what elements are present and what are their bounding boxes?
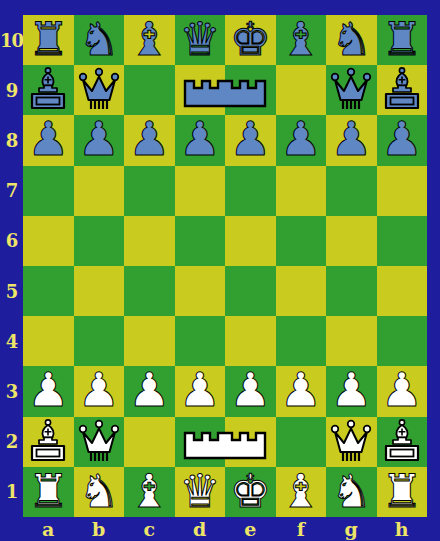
square-a3[interactable]: ♟ xyxy=(23,366,74,416)
square-d8[interactable]: ♟ xyxy=(175,115,226,165)
white-knight[interactable]: ♞ xyxy=(326,466,377,516)
square-b4[interactable] xyxy=(74,316,125,366)
square-c5[interactable] xyxy=(124,266,175,316)
square-g8[interactable]: ♟ xyxy=(326,115,377,165)
rank-label-10: 10 xyxy=(0,15,23,65)
rank-label-8: 8 xyxy=(0,115,23,165)
white-bishop[interactable]: ♝ xyxy=(276,466,327,516)
square-b9[interactable] xyxy=(74,65,125,115)
white-pawn[interactable]: ♟ xyxy=(326,365,377,415)
square-d5[interactable] xyxy=(175,266,226,316)
file-label-h: h xyxy=(377,517,428,541)
blue-knight[interactable]: ♞ xyxy=(326,14,377,64)
blue-king[interactable]: ♚ xyxy=(225,14,276,64)
rank-label-7: 7 xyxy=(0,166,23,216)
white-alfil[interactable] xyxy=(23,417,74,467)
square-h4[interactable] xyxy=(377,316,428,366)
white-rook[interactable]: ♜ xyxy=(23,466,74,516)
rank-label-9: 9 xyxy=(0,65,23,115)
square-c3[interactable]: ♟ xyxy=(124,366,175,416)
square-a2[interactable] xyxy=(23,417,74,467)
blue-rook[interactable]: ♜ xyxy=(377,14,428,64)
white-bishop[interactable]: ♝ xyxy=(124,466,175,516)
square-d4[interactable] xyxy=(175,316,226,366)
rank-label-6: 6 xyxy=(0,216,23,266)
white-wall-right[interactable] xyxy=(225,417,276,467)
square-f8[interactable]: ♟ xyxy=(276,115,327,165)
square-c9[interactable] xyxy=(124,65,175,115)
white-pawn[interactable]: ♟ xyxy=(124,365,175,415)
rank-label-1: 1 xyxy=(0,467,23,517)
square-f10[interactable]: ♝ xyxy=(276,15,327,65)
square-a8[interactable]: ♟ xyxy=(23,115,74,165)
square-c10[interactable]: ♝ xyxy=(124,15,175,65)
file-label-d: d xyxy=(175,517,226,541)
square-d2[interactable] xyxy=(175,417,226,467)
square-d3[interactable]: ♟ xyxy=(175,366,226,416)
rank-label-3: 3 xyxy=(0,366,23,416)
white-queen[interactable]: ♛ xyxy=(175,466,226,516)
blue-pawn[interactable]: ♟ xyxy=(74,114,125,164)
white-rook[interactable]: ♜ xyxy=(377,466,428,516)
square-h1[interactable]: ♜ xyxy=(377,467,428,517)
square-b6[interactable] xyxy=(74,216,125,266)
square-f2[interactable] xyxy=(276,417,327,467)
square-g2[interactable] xyxy=(326,417,377,467)
square-g10[interactable]: ♞ xyxy=(326,15,377,65)
white-wall-left[interactable] xyxy=(175,417,226,467)
square-b10[interactable]: ♞ xyxy=(74,15,125,65)
blue-queen[interactable]: ♛ xyxy=(175,14,226,64)
square-f9[interactable] xyxy=(276,65,327,115)
square-h7[interactable] xyxy=(377,166,428,216)
square-f5[interactable] xyxy=(276,266,327,316)
square-e7[interactable] xyxy=(225,166,276,216)
square-e6[interactable] xyxy=(225,216,276,266)
square-f4[interactable] xyxy=(276,316,327,366)
square-c6[interactable] xyxy=(124,216,175,266)
rank-label-2: 2 xyxy=(0,417,23,467)
square-e10[interactable]: ♚ xyxy=(225,15,276,65)
square-b5[interactable] xyxy=(74,266,125,316)
white-ferz[interactable] xyxy=(326,417,377,467)
square-h5[interactable] xyxy=(377,266,428,316)
square-f7[interactable] xyxy=(276,166,327,216)
game-board-window: 10987654321 ♜♞♝♛♚♝♞♜♟♟♟♟♟♟♟♟♟♟♟♟♟♟♟♟♜♞♝♛… xyxy=(0,0,440,541)
square-h10[interactable]: ♜ xyxy=(377,15,428,65)
square-c8[interactable]: ♟ xyxy=(124,115,175,165)
square-d7[interactable] xyxy=(175,166,226,216)
square-g1[interactable]: ♞ xyxy=(326,467,377,517)
square-g6[interactable] xyxy=(326,216,377,266)
square-d10[interactable]: ♛ xyxy=(175,15,226,65)
blue-rook[interactable]: ♜ xyxy=(23,14,74,64)
file-label-g: g xyxy=(326,517,377,541)
square-f3[interactable]: ♟ xyxy=(276,366,327,416)
square-g4[interactable] xyxy=(326,316,377,366)
file-label-a: a xyxy=(23,517,74,541)
white-pawn[interactable]: ♟ xyxy=(377,365,428,415)
square-a5[interactable] xyxy=(23,266,74,316)
square-h6[interactable] xyxy=(377,216,428,266)
square-c4[interactable] xyxy=(124,316,175,366)
blue-pawn[interactable]: ♟ xyxy=(124,114,175,164)
file-label-b: b xyxy=(74,517,125,541)
blue-bishop[interactable]: ♝ xyxy=(276,14,327,64)
square-h9[interactable] xyxy=(377,65,428,115)
white-pawn[interactable]: ♟ xyxy=(225,365,276,415)
white-ferz[interactable] xyxy=(74,417,125,467)
square-d1[interactable]: ♛ xyxy=(175,467,226,517)
white-pawn[interactable]: ♟ xyxy=(175,365,226,415)
square-e5[interactable] xyxy=(225,266,276,316)
square-b1[interactable]: ♞ xyxy=(74,467,125,517)
blue-pawn[interactable]: ♟ xyxy=(377,114,428,164)
square-g5[interactable] xyxy=(326,266,377,316)
rank-labels: 10987654321 xyxy=(0,15,23,517)
square-h2[interactable] xyxy=(377,417,428,467)
blue-ferz[interactable] xyxy=(326,65,377,115)
blue-bishop[interactable]: ♝ xyxy=(124,14,175,64)
rank-label-5: 5 xyxy=(0,266,23,316)
rank-label-4: 4 xyxy=(0,316,23,366)
square-g9[interactable] xyxy=(326,65,377,115)
square-c1[interactable]: ♝ xyxy=(124,467,175,517)
square-a9[interactable] xyxy=(23,65,74,115)
file-label-f: f xyxy=(276,517,327,541)
white-alfil[interactable] xyxy=(377,417,428,467)
square-b7[interactable] xyxy=(74,166,125,216)
board-grid: ♜♞♝♛♚♝♞♜♟♟♟♟♟♟♟♟♟♟♟♟♟♟♟♟♜♞♝♛♚♝♞♜ xyxy=(23,15,427,517)
file-label-c: c xyxy=(124,517,175,541)
square-d9[interactable] xyxy=(175,65,226,115)
square-d6[interactable] xyxy=(175,216,226,266)
blue-alfil[interactable] xyxy=(23,65,74,115)
blue-pawn[interactable]: ♟ xyxy=(276,114,327,164)
blue-wall-right[interactable] xyxy=(225,65,276,115)
white-pawn[interactable]: ♟ xyxy=(23,365,74,415)
square-a1[interactable]: ♜ xyxy=(23,467,74,517)
blue-pawn[interactable]: ♟ xyxy=(225,114,276,164)
square-c2[interactable] xyxy=(124,417,175,467)
square-a10[interactable]: ♜ xyxy=(23,15,74,65)
square-c7[interactable] xyxy=(124,166,175,216)
square-e2[interactable] xyxy=(225,417,276,467)
square-e3[interactable]: ♟ xyxy=(225,366,276,416)
blue-knight[interactable]: ♞ xyxy=(74,14,125,64)
square-a6[interactable] xyxy=(23,216,74,266)
square-a7[interactable] xyxy=(23,166,74,216)
square-g7[interactable] xyxy=(326,166,377,216)
blue-wall-left[interactable] xyxy=(175,65,226,115)
blue-pawn[interactable]: ♟ xyxy=(326,114,377,164)
square-e4[interactable] xyxy=(225,316,276,366)
square-g3[interactable]: ♟ xyxy=(326,366,377,416)
square-b3[interactable]: ♟ xyxy=(74,366,125,416)
white-pawn[interactable]: ♟ xyxy=(74,365,125,415)
square-b2[interactable] xyxy=(74,417,125,467)
square-f6[interactable] xyxy=(276,216,327,266)
square-f1[interactable]: ♝ xyxy=(276,467,327,517)
square-b8[interactable]: ♟ xyxy=(74,115,125,165)
square-h3[interactable]: ♟ xyxy=(377,366,428,416)
square-a4[interactable] xyxy=(23,316,74,366)
blue-ferz[interactable] xyxy=(74,65,125,115)
blue-alfil[interactable] xyxy=(377,65,428,115)
file-labels: abcdefgh xyxy=(23,517,427,541)
file-label-e: e xyxy=(225,517,276,541)
blue-pawn[interactable]: ♟ xyxy=(23,114,74,164)
square-e1[interactable]: ♚ xyxy=(225,467,276,517)
blue-pawn[interactable]: ♟ xyxy=(175,114,226,164)
white-pawn[interactable]: ♟ xyxy=(276,365,327,415)
white-knight[interactable]: ♞ xyxy=(74,466,125,516)
square-e9[interactable] xyxy=(225,65,276,115)
white-king[interactable]: ♚ xyxy=(225,466,276,516)
square-e8[interactable]: ♟ xyxy=(225,115,276,165)
square-h8[interactable]: ♟ xyxy=(377,115,428,165)
